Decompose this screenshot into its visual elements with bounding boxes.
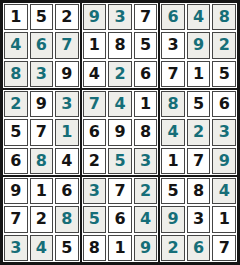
cell-r7c6[interactable]: 2 xyxy=(134,178,158,204)
cell-r6c1[interactable]: 6 xyxy=(4,148,28,174)
cell-r1c6[interactable]: 7 xyxy=(134,4,158,30)
cell-r1c3[interactable]: 2 xyxy=(55,4,79,30)
cell-r3c6[interactable]: 6 xyxy=(134,61,158,87)
cell-r1c9[interactable]: 8 xyxy=(212,4,236,30)
cell-r7c9[interactable]: 4 xyxy=(212,178,236,204)
cell-r3c4[interactable]: 4 xyxy=(83,61,107,87)
cell-r4c3[interactable]: 3 xyxy=(55,91,79,117)
cell-r4c2[interactable]: 9 xyxy=(30,91,54,117)
cell-r4c6[interactable]: 1 xyxy=(134,91,158,117)
cell-r5c6[interactable]: 8 xyxy=(134,119,158,145)
cell-r6c5[interactable]: 5 xyxy=(108,148,132,174)
cell-r8c9[interactable]: 1 xyxy=(212,206,236,232)
box-7: 916728345 xyxy=(3,177,80,262)
cell-r9c4[interactable]: 8 xyxy=(83,235,107,261)
cell-r8c4[interactable]: 5 xyxy=(83,206,107,232)
cell-r2c1[interactable]: 4 xyxy=(4,32,28,58)
cell-r8c8[interactable]: 3 xyxy=(187,206,211,232)
cell-r9c6[interactable]: 9 xyxy=(134,235,158,261)
cell-r4c9[interactable]: 6 xyxy=(212,91,236,117)
cell-r9c7[interactable]: 2 xyxy=(161,235,185,261)
cell-r2c2[interactable]: 6 xyxy=(30,32,54,58)
cell-r5c5[interactable]: 9 xyxy=(108,119,132,145)
cell-r6c9[interactable]: 9 xyxy=(212,148,236,174)
cell-r8c5[interactable]: 6 xyxy=(108,206,132,232)
cell-r2c6[interactable]: 5 xyxy=(134,32,158,58)
cell-r1c8[interactable]: 4 xyxy=(187,4,211,30)
cell-r3c7[interactable]: 7 xyxy=(161,61,185,87)
cell-r1c1[interactable]: 1 xyxy=(4,4,28,30)
cell-r3c5[interactable]: 2 xyxy=(108,61,132,87)
cell-r1c7[interactable]: 6 xyxy=(161,4,185,30)
box-9: 584931267 xyxy=(160,177,237,262)
cell-r9c1[interactable]: 3 xyxy=(4,235,28,261)
cell-r6c6[interactable]: 3 xyxy=(134,148,158,174)
sudoku-board: 1524678399371854266483927152935716847416… xyxy=(0,0,240,265)
cell-r7c2[interactable]: 1 xyxy=(30,178,54,204)
cell-r6c7[interactable]: 1 xyxy=(161,148,185,174)
cell-r1c2[interactable]: 5 xyxy=(30,4,54,30)
cell-r5c3[interactable]: 1 xyxy=(55,119,79,145)
cell-r4c1[interactable]: 2 xyxy=(4,91,28,117)
cell-r7c8[interactable]: 8 xyxy=(187,178,211,204)
cell-r2c4[interactable]: 1 xyxy=(83,32,107,58)
box-2: 937185426 xyxy=(82,3,159,88)
cell-r7c5[interactable]: 7 xyxy=(108,178,132,204)
cell-r7c3[interactable]: 6 xyxy=(55,178,79,204)
box-1: 152467839 xyxy=(3,3,80,88)
cell-r6c3[interactable]: 4 xyxy=(55,148,79,174)
box-8: 372564819 xyxy=(82,177,159,262)
cell-r8c6[interactable]: 4 xyxy=(134,206,158,232)
cell-r2c5[interactable]: 8 xyxy=(108,32,132,58)
cell-r4c8[interactable]: 5 xyxy=(187,91,211,117)
cell-r5c2[interactable]: 7 xyxy=(30,119,54,145)
box-6: 856423179 xyxy=(160,90,237,175)
cell-r9c5[interactable]: 1 xyxy=(108,235,132,261)
cell-r7c1[interactable]: 9 xyxy=(4,178,28,204)
cell-r5c4[interactable]: 6 xyxy=(83,119,107,145)
cell-r9c8[interactable]: 6 xyxy=(187,235,211,261)
cell-r6c2[interactable]: 8 xyxy=(30,148,54,174)
box-4: 293571684 xyxy=(3,90,80,175)
cell-r8c3[interactable]: 8 xyxy=(55,206,79,232)
cell-r8c7[interactable]: 9 xyxy=(161,206,185,232)
cell-r4c4[interactable]: 7 xyxy=(83,91,107,117)
cell-r5c1[interactable]: 5 xyxy=(4,119,28,145)
cell-r8c2[interactable]: 2 xyxy=(30,206,54,232)
cell-r2c8[interactable]: 9 xyxy=(187,32,211,58)
cell-r5c7[interactable]: 4 xyxy=(161,119,185,145)
cell-r3c1[interactable]: 8 xyxy=(4,61,28,87)
cell-r3c2[interactable]: 3 xyxy=(30,61,54,87)
box-3: 648392715 xyxy=(160,3,237,88)
cell-r1c4[interactable]: 9 xyxy=(83,4,107,30)
cell-r5c9[interactable]: 3 xyxy=(212,119,236,145)
cell-r1c5[interactable]: 3 xyxy=(108,4,132,30)
cell-r8c1[interactable]: 7 xyxy=(4,206,28,232)
cell-r3c9[interactable]: 5 xyxy=(212,61,236,87)
cell-r6c4[interactable]: 2 xyxy=(83,148,107,174)
cell-r6c8[interactable]: 7 xyxy=(187,148,211,174)
cell-r2c9[interactable]: 2 xyxy=(212,32,236,58)
cell-r7c7[interactable]: 5 xyxy=(161,178,185,204)
cell-r4c7[interactable]: 8 xyxy=(161,91,185,117)
cell-r3c8[interactable]: 1 xyxy=(187,61,211,87)
cell-r4c5[interactable]: 4 xyxy=(108,91,132,117)
cell-r5c8[interactable]: 2 xyxy=(187,119,211,145)
cell-r9c9[interactable]: 7 xyxy=(212,235,236,261)
cell-r2c7[interactable]: 3 xyxy=(161,32,185,58)
cell-r2c3[interactable]: 7 xyxy=(55,32,79,58)
cell-r7c4[interactable]: 3 xyxy=(83,178,107,204)
cell-r9c2[interactable]: 4 xyxy=(30,235,54,261)
box-5: 741698253 xyxy=(82,90,159,175)
cell-r9c3[interactable]: 5 xyxy=(55,235,79,261)
cell-r3c3[interactable]: 9 xyxy=(55,61,79,87)
